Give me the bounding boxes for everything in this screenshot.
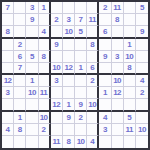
- cell-r11c12-given[interactable]: 10: [136, 124, 148, 136]
- cell-r8c4-given[interactable]: 11: [39, 87, 51, 99]
- cell-r9c1-empty[interactable]: [2, 99, 14, 111]
- cell-r4c6-empty[interactable]: [63, 39, 75, 51]
- cell-r10c7-given[interactable]: 2: [75, 112, 87, 124]
- cell-r4c11-given[interactable]: 1: [124, 39, 136, 51]
- cell-r5c2-given[interactable]: 6: [14, 51, 26, 63]
- cell-r5c3-given[interactable]: 5: [26, 51, 38, 63]
- cell-r1c6-empty[interactable]: [63, 2, 75, 14]
- cell-r10c4-given[interactable]: 10: [39, 112, 51, 124]
- cell-r4c12-empty[interactable]: [136, 39, 148, 51]
- cell-r6c8-given[interactable]: 6: [87, 63, 99, 75]
- cell-r6c2-given[interactable]: 7: [14, 63, 26, 75]
- cell-r3c12-given[interactable]: 9: [136, 26, 148, 38]
- cell-r9c11-empty[interactable]: [124, 99, 136, 111]
- cell-r5c5-empty[interactable]: [51, 51, 63, 63]
- cell-r10c6-given[interactable]: 9: [63, 112, 75, 124]
- cell-r4c9-empty[interactable]: [99, 39, 111, 51]
- cell-r11c10-empty[interactable]: [112, 124, 124, 136]
- cell-r7c5-given[interactable]: 3: [51, 75, 63, 87]
- cell-r6c6-given[interactable]: 12: [63, 63, 75, 75]
- cell-r8c3-given[interactable]: 10: [26, 87, 38, 99]
- cell-r2c4-empty[interactable]: [39, 14, 51, 26]
- cell-r12c7-given[interactable]: 10: [75, 136, 87, 148]
- cell-r6c7-given[interactable]: 1: [75, 63, 87, 75]
- cell-r3c11-empty[interactable]: [124, 26, 136, 38]
- cell-r6c9-empty[interactable]: [99, 63, 111, 75]
- cell-r7c11-empty[interactable]: [124, 75, 136, 87]
- cell-r12c4-empty[interactable]: [39, 136, 51, 148]
- cell-r5c10-given[interactable]: 3: [112, 51, 124, 63]
- cell-r1c2-empty[interactable]: [14, 2, 26, 14]
- cell-r7c9-empty[interactable]: [99, 75, 111, 87]
- cell-r10c8-empty[interactable]: [87, 112, 99, 124]
- cell-r11c1-given[interactable]: 4: [2, 124, 14, 136]
- cell-r7c8-given[interactable]: 2: [87, 75, 99, 87]
- cell-r8c7-empty[interactable]: [75, 87, 87, 99]
- cell-r2c8-given[interactable]: 11: [87, 14, 99, 26]
- cell-r9c12-empty[interactable]: [136, 99, 148, 111]
- cell-r2c1-empty[interactable]: [2, 14, 14, 26]
- cell-r1c1-given[interactable]: 7: [2, 2, 14, 14]
- cell-r2c2-empty[interactable]: [14, 14, 26, 26]
- cell-r8c5-empty[interactable]: [51, 87, 63, 99]
- cell-r9c4-empty[interactable]: [39, 99, 51, 111]
- cell-r6c1-empty[interactable]: [2, 63, 14, 75]
- cell-r7c6-empty[interactable]: [63, 75, 75, 87]
- cell-r7c1-given[interactable]: 12: [2, 75, 14, 87]
- cell-r5c4-given[interactable]: 8: [39, 51, 51, 63]
- cell-r9c7-given[interactable]: 9: [75, 99, 87, 111]
- cell-r12c10-empty[interactable]: [112, 136, 124, 148]
- cell-r8c1-given[interactable]: 3: [2, 87, 14, 99]
- cell-r3c7-given[interactable]: 5: [75, 26, 87, 38]
- cell-r10c12-empty[interactable]: [136, 112, 148, 124]
- cell-r7c3-given[interactable]: 1: [26, 75, 38, 87]
- cell-r9c6-given[interactable]: 1: [63, 99, 75, 111]
- cell-r11c5-empty[interactable]: [51, 124, 63, 136]
- cell-r12c11-empty[interactable]: [124, 136, 136, 148]
- cell-r5c6-empty[interactable]: [63, 51, 75, 63]
- cell-r11c9-given[interactable]: 3: [99, 124, 111, 136]
- cell-r12c3-empty[interactable]: [26, 136, 38, 148]
- cell-r12c8-given[interactable]: 4: [87, 136, 99, 148]
- cell-r3c1-given[interactable]: 8: [2, 26, 14, 38]
- cell-r7c10-given[interactable]: 10: [112, 75, 124, 87]
- cell-r12c2-empty[interactable]: [14, 136, 26, 148]
- cell-r7c7-empty[interactable]: [75, 75, 87, 87]
- cell-r2c6-given[interactable]: 3: [63, 14, 75, 26]
- cell-r2c5-given[interactable]: 2: [51, 14, 63, 26]
- cell-r11c2-given[interactable]: 8: [14, 124, 26, 136]
- cell-r11c8-empty[interactable]: [87, 124, 99, 136]
- cell-r2c10-given[interactable]: 8: [112, 14, 124, 26]
- cell-r8c12-given[interactable]: 2: [136, 87, 148, 99]
- cell-r8c8-empty[interactable]: [87, 87, 99, 99]
- cell-r1c11-empty[interactable]: [124, 2, 136, 14]
- cell-r7c4-empty[interactable]: [39, 75, 51, 87]
- cell-r3c10-empty[interactable]: [112, 26, 124, 38]
- cell-r7c2-empty[interactable]: [14, 75, 26, 87]
- cell-r1c10-given[interactable]: 11: [112, 2, 124, 14]
- cell-r3c5-empty[interactable]: [51, 26, 63, 38]
- cell-r5c7-empty[interactable]: [75, 51, 87, 63]
- cell-r5c12-empty[interactable]: [136, 51, 148, 63]
- cell-r9c10-empty[interactable]: [112, 99, 124, 111]
- cell-r2c12-empty[interactable]: [136, 14, 148, 26]
- cell-r11c7-empty[interactable]: [75, 124, 87, 136]
- cell-r10c9-given[interactable]: 4: [99, 112, 111, 124]
- cell-r1c8-empty[interactable]: [87, 2, 99, 14]
- cell-r12c6-given[interactable]: 8: [63, 136, 75, 148]
- cell-r4c2-given[interactable]: 2: [14, 39, 26, 51]
- cell-r12c9-empty[interactable]: [99, 136, 111, 148]
- cell-r10c5-empty[interactable]: [51, 112, 63, 124]
- cell-r11c6-empty[interactable]: [63, 124, 75, 136]
- cell-r4c7-empty[interactable]: [75, 39, 87, 51]
- cell-r8c6-empty[interactable]: [63, 87, 75, 99]
- cell-r5c11-given[interactable]: 10: [124, 51, 136, 63]
- cell-r2c3-given[interactable]: 9: [26, 14, 38, 26]
- cell-r2c11-empty[interactable]: [124, 14, 136, 26]
- cell-r6c11-given[interactable]: 8: [124, 63, 136, 75]
- cell-r9c5-given[interactable]: 12: [51, 99, 63, 111]
- cell-r6c3-empty[interactable]: [26, 63, 38, 75]
- cell-r6c5-given[interactable]: 10: [51, 63, 63, 75]
- cell-r2c7-given[interactable]: 7: [75, 14, 87, 26]
- cell-r10c2-given[interactable]: 1: [14, 112, 26, 124]
- cell-r11c3-empty[interactable]: [26, 124, 38, 136]
- cell-r3c9-given[interactable]: 6: [99, 26, 111, 38]
- cell-r9c2-empty[interactable]: [14, 99, 26, 111]
- cell-r1c12-given[interactable]: 5: [136, 2, 148, 14]
- cell-r3c4-given[interactable]: 4: [39, 26, 51, 38]
- cell-r1c5-empty[interactable]: [51, 2, 63, 14]
- cell-r12c1-empty[interactable]: [2, 136, 14, 148]
- cell-r3c3-empty[interactable]: [26, 26, 38, 38]
- cell-r6c4-empty[interactable]: [39, 63, 51, 75]
- cell-r3c6-given[interactable]: 10: [63, 26, 75, 38]
- cell-r4c8-given[interactable]: 8: [87, 39, 99, 51]
- cell-r8c10-given[interactable]: 12: [112, 87, 124, 99]
- cell-r3c2-empty[interactable]: [14, 26, 26, 38]
- cell-r5c8-empty[interactable]: [87, 51, 99, 63]
- cell-r11c11-given[interactable]: 11: [124, 124, 136, 136]
- cell-r11c4-given[interactable]: 2: [39, 124, 51, 136]
- cell-r4c3-empty[interactable]: [26, 39, 38, 51]
- cell-r1c4-given[interactable]: 1: [39, 2, 51, 14]
- cell-r9c8-given[interactable]: 10: [87, 99, 99, 111]
- cell-r6c12-empty[interactable]: [136, 63, 148, 75]
- cell-r8c9-given[interactable]: 1: [99, 87, 111, 99]
- cell-r4c4-empty[interactable]: [39, 39, 51, 51]
- cell-r1c9-given[interactable]: 2: [99, 2, 111, 14]
- cell-r9c9-empty[interactable]: [99, 99, 111, 111]
- cell-r10c10-empty[interactable]: [112, 112, 124, 124]
- cell-r12c5-given[interactable]: 11: [51, 136, 63, 148]
- cell-r10c1-empty[interactable]: [2, 112, 14, 124]
- cell-r1c3-given[interactable]: 3: [26, 2, 38, 14]
- cell-r9c3-empty[interactable]: [26, 99, 38, 111]
- cell-r5c9-given[interactable]: 9: [99, 51, 111, 63]
- cell-r5c1-empty[interactable]: [2, 51, 14, 63]
- cell-r10c3-empty[interactable]: [26, 112, 38, 124]
- cell-r12c12-empty[interactable]: [136, 136, 148, 148]
- cell-r4c5-given[interactable]: 9: [51, 39, 63, 51]
- cell-r3c8-empty[interactable]: [87, 26, 99, 38]
- cell-r4c1-empty[interactable]: [2, 39, 14, 51]
- cell-r4c10-empty[interactable]: [112, 39, 124, 51]
- cell-r7c12-given[interactable]: 4: [136, 75, 148, 87]
- cell-r10c11-given[interactable]: 5: [124, 112, 136, 124]
- cell-r8c2-empty[interactable]: [14, 87, 26, 99]
- cell-r2c9-empty[interactable]: [99, 14, 111, 26]
- sudoku-board: 7312115923711884105692981658931071012168…: [0, 0, 150, 150]
- cell-r1c7-empty[interactable]: [75, 2, 87, 14]
- cell-r6c10-empty[interactable]: [112, 63, 124, 75]
- cell-r8c11-empty[interactable]: [124, 87, 136, 99]
